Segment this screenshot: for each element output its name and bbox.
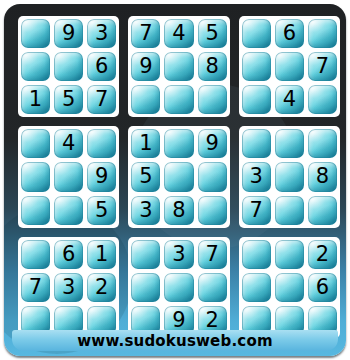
cell-r7c7[interactable] [242, 240, 271, 269]
box-3-3: 26 [239, 237, 340, 338]
cell-r2c9[interactable]: 7 [308, 52, 337, 81]
cell-r6c4[interactable]: 3 [131, 196, 160, 225]
cell-r4c7[interactable] [242, 129, 271, 158]
cell-r5c7[interactable]: 3 [242, 162, 271, 191]
box-1-2: 74598 [128, 16, 229, 117]
cell-r6c9[interactable] [308, 196, 337, 225]
cell-r3c8[interactable]: 4 [275, 85, 304, 114]
cell-r5c3[interactable]: 9 [87, 162, 116, 191]
cell-r8c4[interactable] [131, 273, 160, 302]
cell-r6c8[interactable] [275, 196, 304, 225]
box-2-1: 495 [18, 126, 119, 227]
cell-r8c5[interactable] [164, 273, 193, 302]
cell-r4c4[interactable]: 1 [131, 129, 160, 158]
cell-r8c6[interactable] [198, 273, 227, 302]
sudoku-board: 936157745986744951953838761732379226 [18, 16, 340, 338]
cell-r1c8[interactable]: 6 [275, 19, 304, 48]
cell-r2c5[interactable] [164, 52, 193, 81]
box-3-1: 61732 [18, 237, 119, 338]
cell-r2c7[interactable] [242, 52, 271, 81]
cell-r6c5[interactable]: 8 [164, 196, 193, 225]
cell-r5c6[interactable] [198, 162, 227, 191]
cell-r2c3[interactable]: 6 [87, 52, 116, 81]
cell-r7c1[interactable] [21, 240, 50, 269]
cell-r3c9[interactable] [308, 85, 337, 114]
cell-r5c5[interactable] [164, 162, 193, 191]
cell-r6c1[interactable] [21, 196, 50, 225]
cell-r7c2[interactable]: 6 [54, 240, 83, 269]
site-url[interactable]: www.sudokusweb.com [77, 332, 272, 350]
cell-r7c8[interactable] [275, 240, 304, 269]
cell-r5c2[interactable] [54, 162, 83, 191]
cell-r2c2[interactable] [54, 52, 83, 81]
box-2-3: 387 [239, 126, 340, 227]
box-1-3: 674 [239, 16, 340, 117]
cell-r8c8[interactable] [275, 273, 304, 302]
cell-r7c9[interactable]: 2 [308, 240, 337, 269]
cell-r3c5[interactable] [164, 85, 193, 114]
cell-r4c8[interactable] [275, 129, 304, 158]
cell-r4c2[interactable]: 4 [54, 129, 83, 158]
cell-r3c1[interactable]: 1 [21, 85, 50, 114]
cell-r7c5[interactable]: 3 [164, 240, 193, 269]
cell-r5c1[interactable] [21, 162, 50, 191]
box-3-2: 3792 [128, 237, 229, 338]
cell-r3c2[interactable]: 5 [54, 85, 83, 114]
cell-r4c6[interactable]: 9 [198, 129, 227, 158]
cell-r3c3[interactable]: 7 [87, 85, 116, 114]
cell-r3c7[interactable] [242, 85, 271, 114]
footer-band: www.sudokusweb.com [12, 330, 338, 351]
cell-r7c3[interactable]: 1 [87, 240, 116, 269]
cell-r8c3[interactable]: 2 [87, 273, 116, 302]
cell-r8c1[interactable]: 7 [21, 273, 50, 302]
cell-r6c7[interactable]: 7 [242, 196, 271, 225]
cell-r7c6[interactable]: 7 [198, 240, 227, 269]
cell-r6c2[interactable] [54, 196, 83, 225]
cell-r6c6[interactable] [198, 196, 227, 225]
board-panel: 936157745986744951953838761732379226 www… [4, 4, 346, 356]
cell-r1c5[interactable]: 4 [164, 19, 193, 48]
cell-r4c3[interactable] [87, 129, 116, 158]
cell-r4c5[interactable] [164, 129, 193, 158]
cell-r2c6[interactable]: 8 [198, 52, 227, 81]
cell-r3c4[interactable] [131, 85, 160, 114]
cell-r8c7[interactable] [242, 273, 271, 302]
cell-r1c9[interactable] [308, 19, 337, 48]
cell-r1c4[interactable]: 7 [131, 19, 160, 48]
cell-r1c7[interactable] [242, 19, 271, 48]
box-2-2: 19538 [128, 126, 229, 227]
cell-r7c4[interactable] [131, 240, 160, 269]
sudoku-puzzle-image: { "game": "sudoku", "position": ".93745.… [0, 0, 350, 360]
cell-r5c4[interactable]: 5 [131, 162, 160, 191]
cell-r1c6[interactable]: 5 [198, 19, 227, 48]
cell-r3c6[interactable] [198, 85, 227, 114]
cell-r4c1[interactable] [21, 129, 50, 158]
cell-r2c4[interactable]: 9 [131, 52, 160, 81]
cell-r2c1[interactable] [21, 52, 50, 81]
cell-r1c2[interactable]: 9 [54, 19, 83, 48]
cell-r8c9[interactable]: 6 [308, 273, 337, 302]
cell-r5c8[interactable] [275, 162, 304, 191]
cell-r1c3[interactable]: 3 [87, 19, 116, 48]
cell-r4c9[interactable] [308, 129, 337, 158]
cell-r1c1[interactable] [21, 19, 50, 48]
cell-r5c9[interactable]: 8 [308, 162, 337, 191]
cell-r2c8[interactable] [275, 52, 304, 81]
cell-r6c3[interactable]: 5 [87, 196, 116, 225]
box-1-1: 936157 [18, 16, 119, 117]
cell-r8c2[interactable]: 3 [54, 273, 83, 302]
